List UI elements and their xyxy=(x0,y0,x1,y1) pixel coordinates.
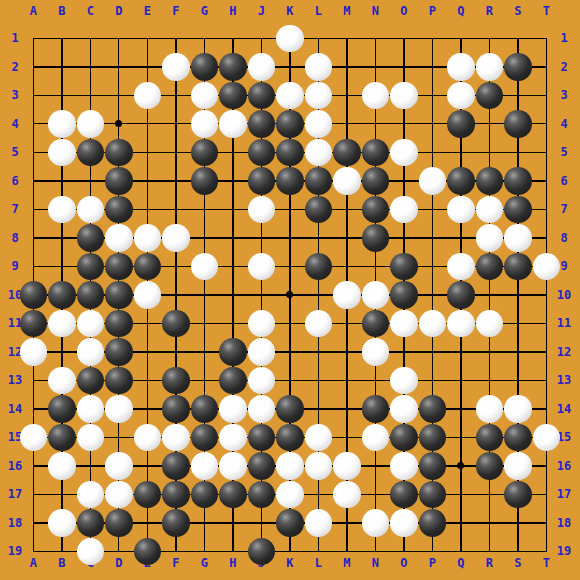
black-stone-K14[interactable] xyxy=(276,395,304,423)
intersection-C19[interactable] xyxy=(76,537,105,566)
intersection-R10[interactable] xyxy=(475,281,504,310)
intersection-R4[interactable] xyxy=(475,110,504,139)
intersection-Q10[interactable] xyxy=(447,281,476,310)
intersection-G15[interactable] xyxy=(190,423,219,452)
intersection-O11[interactable] xyxy=(390,309,419,338)
intersection-N8[interactable] xyxy=(361,224,390,253)
intersection-O3[interactable] xyxy=(390,81,419,110)
white-stone-P11[interactable] xyxy=(419,310,447,338)
intersection-P19[interactable] xyxy=(418,537,447,566)
intersection-E4[interactable] xyxy=(133,110,162,139)
black-stone-S7[interactable] xyxy=(504,196,532,224)
white-stone-S16[interactable] xyxy=(504,452,532,480)
intersection-N15[interactable] xyxy=(361,423,390,452)
intersection-B12[interactable] xyxy=(48,338,77,367)
intersection-M8[interactable] xyxy=(333,224,362,253)
intersection-L9[interactable] xyxy=(304,252,333,281)
white-stone-C11[interactable] xyxy=(77,310,105,338)
intersection-E18[interactable] xyxy=(133,509,162,538)
white-stone-S14[interactable] xyxy=(504,395,532,423)
intersection-J1[interactable] xyxy=(247,24,276,53)
intersection-T18[interactable] xyxy=(532,509,561,538)
intersection-O5[interactable] xyxy=(390,138,419,167)
white-stone-J9[interactable] xyxy=(248,253,276,281)
black-stone-F13[interactable] xyxy=(162,367,190,395)
intersection-D18[interactable] xyxy=(105,509,134,538)
intersection-D14[interactable] xyxy=(105,395,134,424)
black-stone-J3[interactable] xyxy=(248,82,276,110)
intersection-O14[interactable] xyxy=(390,395,419,424)
intersection-B6[interactable] xyxy=(48,167,77,196)
intersection-T4[interactable] xyxy=(532,110,561,139)
white-stone-L2[interactable] xyxy=(305,53,333,81)
black-stone-P14[interactable] xyxy=(419,395,447,423)
intersection-D7[interactable] xyxy=(105,195,134,224)
intersection-K4[interactable] xyxy=(276,110,305,139)
intersection-A17[interactable] xyxy=(19,480,48,509)
intersection-D17[interactable] xyxy=(105,480,134,509)
intersection-F10[interactable] xyxy=(162,281,191,310)
intersection-E10[interactable] xyxy=(133,281,162,310)
black-stone-B15[interactable] xyxy=(48,424,76,452)
white-stone-B4[interactable] xyxy=(48,110,76,138)
intersection-F6[interactable] xyxy=(162,167,191,196)
intersection-Q15[interactable] xyxy=(447,423,476,452)
black-stone-M5[interactable] xyxy=(333,139,361,167)
intersection-M16[interactable] xyxy=(333,452,362,481)
intersection-P8[interactable] xyxy=(418,224,447,253)
intersection-B14[interactable] xyxy=(48,395,77,424)
black-stone-C13[interactable] xyxy=(77,367,105,395)
intersection-O10[interactable] xyxy=(390,281,419,310)
intersection-M10[interactable] xyxy=(333,281,362,310)
white-stone-L18[interactable] xyxy=(305,509,333,537)
intersection-K17[interactable] xyxy=(276,480,305,509)
intersection-B3[interactable] xyxy=(48,81,77,110)
intersection-C14[interactable] xyxy=(76,395,105,424)
intersection-R1[interactable] xyxy=(475,24,504,53)
black-stone-C18[interactable] xyxy=(77,509,105,537)
white-stone-J2[interactable] xyxy=(248,53,276,81)
stones-layer[interactable] xyxy=(19,24,561,566)
intersection-L10[interactable] xyxy=(304,281,333,310)
white-stone-B11[interactable] xyxy=(48,310,76,338)
intersection-H15[interactable] xyxy=(219,423,248,452)
white-stone-K17[interactable] xyxy=(276,481,304,509)
intersection-L13[interactable] xyxy=(304,366,333,395)
intersection-J16[interactable] xyxy=(247,452,276,481)
intersection-S14[interactable] xyxy=(504,395,533,424)
intersection-A10[interactable] xyxy=(19,281,48,310)
intersection-F11[interactable] xyxy=(162,309,191,338)
intersection-J9[interactable] xyxy=(247,252,276,281)
intersection-L4[interactable] xyxy=(304,110,333,139)
black-stone-H17[interactable] xyxy=(219,481,247,509)
intersection-M4[interactable] xyxy=(333,110,362,139)
intersection-D4[interactable] xyxy=(105,110,134,139)
intersection-N14[interactable] xyxy=(361,395,390,424)
intersection-Q17[interactable] xyxy=(447,480,476,509)
intersection-D9[interactable] xyxy=(105,252,134,281)
intersection-H3[interactable] xyxy=(219,81,248,110)
white-stone-O11[interactable] xyxy=(390,310,418,338)
intersection-Q6[interactable] xyxy=(447,167,476,196)
intersection-T14[interactable] xyxy=(532,395,561,424)
black-stone-K6[interactable] xyxy=(276,167,304,195)
white-stone-E3[interactable] xyxy=(134,82,162,110)
intersection-F15[interactable] xyxy=(162,423,191,452)
white-stone-M16[interactable] xyxy=(333,452,361,480)
intersection-P14[interactable] xyxy=(418,395,447,424)
black-stone-D13[interactable] xyxy=(105,367,133,395)
intersection-R3[interactable] xyxy=(475,81,504,110)
intersection-C17[interactable] xyxy=(76,480,105,509)
black-stone-C10[interactable] xyxy=(77,281,105,309)
intersection-R11[interactable] xyxy=(475,309,504,338)
black-stone-O9[interactable] xyxy=(390,253,418,281)
black-stone-J16[interactable] xyxy=(248,452,276,480)
intersection-K19[interactable] xyxy=(276,537,305,566)
white-stone-D16[interactable] xyxy=(105,452,133,480)
white-stone-T15[interactable] xyxy=(533,424,561,452)
intersection-D2[interactable] xyxy=(105,53,134,82)
intersection-M18[interactable] xyxy=(333,509,362,538)
black-stone-P17[interactable] xyxy=(419,481,447,509)
intersection-G1[interactable] xyxy=(190,24,219,53)
intersection-B4[interactable] xyxy=(48,110,77,139)
intersection-O17[interactable] xyxy=(390,480,419,509)
black-stone-A11[interactable] xyxy=(20,310,48,338)
intersection-A3[interactable] xyxy=(19,81,48,110)
white-stone-L3[interactable] xyxy=(305,82,333,110)
black-stone-K15[interactable] xyxy=(276,424,304,452)
white-stone-C4[interactable] xyxy=(77,110,105,138)
intersection-E3[interactable] xyxy=(133,81,162,110)
intersection-E17[interactable] xyxy=(133,480,162,509)
intersection-K9[interactable] xyxy=(276,252,305,281)
intersection-G17[interactable] xyxy=(190,480,219,509)
intersection-P5[interactable] xyxy=(418,138,447,167)
intersection-A6[interactable] xyxy=(19,167,48,196)
black-stone-D11[interactable] xyxy=(105,310,133,338)
intersection-K14[interactable] xyxy=(276,395,305,424)
white-stone-H16[interactable] xyxy=(219,452,247,480)
white-stone-D14[interactable] xyxy=(105,395,133,423)
intersection-E5[interactable] xyxy=(133,138,162,167)
intersection-Q7[interactable] xyxy=(447,195,476,224)
intersection-D16[interactable] xyxy=(105,452,134,481)
white-stone-O3[interactable] xyxy=(390,82,418,110)
white-stone-A12[interactable] xyxy=(20,338,48,366)
black-stone-S2[interactable] xyxy=(504,53,532,81)
black-stone-S6[interactable] xyxy=(504,167,532,195)
intersection-H10[interactable] xyxy=(219,281,248,310)
intersection-R5[interactable] xyxy=(475,138,504,167)
intersection-Q4[interactable] xyxy=(447,110,476,139)
intersection-H16[interactable] xyxy=(219,452,248,481)
intersection-M3[interactable] xyxy=(333,81,362,110)
intersection-M12[interactable] xyxy=(333,338,362,367)
intersection-J11[interactable] xyxy=(247,309,276,338)
intersection-A9[interactable] xyxy=(19,252,48,281)
intersection-Q14[interactable] xyxy=(447,395,476,424)
intersection-C16[interactable] xyxy=(76,452,105,481)
intersection-N5[interactable] xyxy=(361,138,390,167)
black-stone-G5[interactable] xyxy=(191,139,219,167)
white-stone-L5[interactable] xyxy=(305,139,333,167)
intersection-B10[interactable] xyxy=(48,281,77,310)
black-stone-S9[interactable] xyxy=(504,253,532,281)
intersection-C12[interactable] xyxy=(76,338,105,367)
black-stone-R16[interactable] xyxy=(476,452,504,480)
black-stone-L9[interactable] xyxy=(305,253,333,281)
black-stone-J17[interactable] xyxy=(248,481,276,509)
intersection-N10[interactable] xyxy=(361,281,390,310)
intersection-B5[interactable] xyxy=(48,138,77,167)
white-stone-B18[interactable] xyxy=(48,509,76,537)
intersection-G18[interactable] xyxy=(190,509,219,538)
intersection-D19[interactable] xyxy=(105,537,134,566)
intersection-K11[interactable] xyxy=(276,309,305,338)
intersection-L6[interactable] xyxy=(304,167,333,196)
intersection-E8[interactable] xyxy=(133,224,162,253)
intersection-H19[interactable] xyxy=(219,537,248,566)
intersection-S3[interactable] xyxy=(504,81,533,110)
intersection-L16[interactable] xyxy=(304,452,333,481)
intersection-A16[interactable] xyxy=(19,452,48,481)
black-stone-D10[interactable] xyxy=(105,281,133,309)
intersection-T2[interactable] xyxy=(532,53,561,82)
intersection-O19[interactable] xyxy=(390,537,419,566)
intersection-J3[interactable] xyxy=(247,81,276,110)
intersection-O6[interactable] xyxy=(390,167,419,196)
intersection-B7[interactable] xyxy=(48,195,77,224)
intersection-C5[interactable] xyxy=(76,138,105,167)
intersection-J4[interactable] xyxy=(247,110,276,139)
white-stone-K3[interactable] xyxy=(276,82,304,110)
intersection-C4[interactable] xyxy=(76,110,105,139)
intersection-L7[interactable] xyxy=(304,195,333,224)
black-stone-L7[interactable] xyxy=(305,196,333,224)
white-stone-D17[interactable] xyxy=(105,481,133,509)
white-stone-T9[interactable] xyxy=(533,253,561,281)
intersection-S10[interactable] xyxy=(504,281,533,310)
intersection-T10[interactable] xyxy=(532,281,561,310)
intersection-B1[interactable] xyxy=(48,24,77,53)
black-stone-H12[interactable] xyxy=(219,338,247,366)
intersection-G2[interactable] xyxy=(190,53,219,82)
black-stone-O15[interactable] xyxy=(390,424,418,452)
intersection-N16[interactable] xyxy=(361,452,390,481)
intersection-T13[interactable] xyxy=(532,366,561,395)
intersection-T5[interactable] xyxy=(532,138,561,167)
black-stone-S15[interactable] xyxy=(504,424,532,452)
intersection-A14[interactable] xyxy=(19,395,48,424)
white-stone-C15[interactable] xyxy=(77,424,105,452)
intersection-C1[interactable] xyxy=(76,24,105,53)
intersection-N6[interactable] xyxy=(361,167,390,196)
black-stone-R3[interactable] xyxy=(476,82,504,110)
intersection-P16[interactable] xyxy=(418,452,447,481)
black-stone-N14[interactable] xyxy=(362,395,390,423)
intersection-S5[interactable] xyxy=(504,138,533,167)
white-stone-N10[interactable] xyxy=(362,281,390,309)
black-stone-N11[interactable] xyxy=(362,310,390,338)
intersection-N18[interactable] xyxy=(361,509,390,538)
intersection-F19[interactable] xyxy=(162,537,191,566)
intersection-J13[interactable] xyxy=(247,366,276,395)
black-stone-K4[interactable] xyxy=(276,110,304,138)
intersection-E19[interactable] xyxy=(133,537,162,566)
black-stone-H2[interactable] xyxy=(219,53,247,81)
intersection-Q8[interactable] xyxy=(447,224,476,253)
intersection-D1[interactable] xyxy=(105,24,134,53)
intersection-P12[interactable] xyxy=(418,338,447,367)
intersection-G12[interactable] xyxy=(190,338,219,367)
intersection-N9[interactable] xyxy=(361,252,390,281)
intersection-B19[interactable] xyxy=(48,537,77,566)
intersection-E1[interactable] xyxy=(133,24,162,53)
black-stone-F16[interactable] xyxy=(162,452,190,480)
white-stone-F2[interactable] xyxy=(162,53,190,81)
intersection-G16[interactable] xyxy=(190,452,219,481)
intersection-P13[interactable] xyxy=(418,366,447,395)
white-stone-J7[interactable] xyxy=(248,196,276,224)
intersection-H9[interactable] xyxy=(219,252,248,281)
black-stone-E17[interactable] xyxy=(134,481,162,509)
intersection-K10[interactable] xyxy=(276,281,305,310)
black-stone-B10[interactable] xyxy=(48,281,76,309)
white-stone-F15[interactable] xyxy=(162,424,190,452)
black-stone-D12[interactable] xyxy=(105,338,133,366)
white-stone-R14[interactable] xyxy=(476,395,504,423)
intersection-N12[interactable] xyxy=(361,338,390,367)
intersection-C9[interactable] xyxy=(76,252,105,281)
intersection-N4[interactable] xyxy=(361,110,390,139)
intersection-P11[interactable] xyxy=(418,309,447,338)
intersection-M5[interactable] xyxy=(333,138,362,167)
white-stone-K1[interactable] xyxy=(276,25,304,53)
intersection-B16[interactable] xyxy=(48,452,77,481)
intersection-L11[interactable] xyxy=(304,309,333,338)
white-stone-C17[interactable] xyxy=(77,481,105,509)
intersection-R13[interactable] xyxy=(475,366,504,395)
intersection-Q11[interactable] xyxy=(447,309,476,338)
intersection-C10[interactable] xyxy=(76,281,105,310)
white-stone-B16[interactable] xyxy=(48,452,76,480)
intersection-M14[interactable] xyxy=(333,395,362,424)
intersection-E14[interactable] xyxy=(133,395,162,424)
intersection-F13[interactable] xyxy=(162,366,191,395)
intersection-P6[interactable] xyxy=(418,167,447,196)
intersection-O8[interactable] xyxy=(390,224,419,253)
intersection-N1[interactable] xyxy=(361,24,390,53)
intersection-D15[interactable] xyxy=(105,423,134,452)
intersection-C15[interactable] xyxy=(76,423,105,452)
intersection-T6[interactable] xyxy=(532,167,561,196)
intersection-T15[interactable] xyxy=(532,423,561,452)
intersection-H7[interactable] xyxy=(219,195,248,224)
intersection-P17[interactable] xyxy=(418,480,447,509)
white-stone-B13[interactable] xyxy=(48,367,76,395)
intersection-F2[interactable] xyxy=(162,53,191,82)
intersection-O4[interactable] xyxy=(390,110,419,139)
intersection-Q9[interactable] xyxy=(447,252,476,281)
intersection-P2[interactable] xyxy=(418,53,447,82)
intersection-R14[interactable] xyxy=(475,395,504,424)
white-stone-N3[interactable] xyxy=(362,82,390,110)
intersection-J8[interactable] xyxy=(247,224,276,253)
intersection-E6[interactable] xyxy=(133,167,162,196)
intersection-H5[interactable] xyxy=(219,138,248,167)
intersection-O13[interactable] xyxy=(390,366,419,395)
white-stone-G3[interactable] xyxy=(191,82,219,110)
intersection-G11[interactable] xyxy=(190,309,219,338)
intersection-J7[interactable] xyxy=(247,195,276,224)
intersection-R2[interactable] xyxy=(475,53,504,82)
intersection-F3[interactable] xyxy=(162,81,191,110)
black-stone-J5[interactable] xyxy=(248,139,276,167)
intersection-A15[interactable] xyxy=(19,423,48,452)
intersection-N3[interactable] xyxy=(361,81,390,110)
intersection-J6[interactable] xyxy=(247,167,276,196)
intersection-B2[interactable] xyxy=(48,53,77,82)
intersection-G5[interactable] xyxy=(190,138,219,167)
intersection-O15[interactable] xyxy=(390,423,419,452)
intersection-B11[interactable] xyxy=(48,309,77,338)
intersection-P9[interactable] xyxy=(418,252,447,281)
intersection-H4[interactable] xyxy=(219,110,248,139)
board-grid[interactable] xyxy=(19,24,561,566)
intersection-J18[interactable] xyxy=(247,509,276,538)
intersection-R15[interactable] xyxy=(475,423,504,452)
intersection-M19[interactable] xyxy=(333,537,362,566)
black-stone-Q6[interactable] xyxy=(447,167,475,195)
intersection-A19[interactable] xyxy=(19,537,48,566)
intersection-C2[interactable] xyxy=(76,53,105,82)
intersection-S2[interactable] xyxy=(504,53,533,82)
white-stone-J11[interactable] xyxy=(248,310,276,338)
intersection-O2[interactable] xyxy=(390,53,419,82)
intersection-A5[interactable] xyxy=(19,138,48,167)
intersection-A7[interactable] xyxy=(19,195,48,224)
intersection-K13[interactable] xyxy=(276,366,305,395)
intersection-O9[interactable] xyxy=(390,252,419,281)
intersection-F16[interactable] xyxy=(162,452,191,481)
black-stone-F17[interactable] xyxy=(162,481,190,509)
intersection-Q1[interactable] xyxy=(447,24,476,53)
black-stone-G14[interactable] xyxy=(191,395,219,423)
white-stone-L4[interactable] xyxy=(305,110,333,138)
intersection-G7[interactable] xyxy=(190,195,219,224)
intersection-P15[interactable] xyxy=(418,423,447,452)
intersection-K16[interactable] xyxy=(276,452,305,481)
intersection-R7[interactable] xyxy=(475,195,504,224)
white-stone-R2[interactable] xyxy=(476,53,504,81)
intersection-N17[interactable] xyxy=(361,480,390,509)
intersection-B8[interactable] xyxy=(48,224,77,253)
intersection-D6[interactable] xyxy=(105,167,134,196)
intersection-H11[interactable] xyxy=(219,309,248,338)
black-stone-J6[interactable] xyxy=(248,167,276,195)
black-stone-O17[interactable] xyxy=(390,481,418,509)
intersection-D11[interactable] xyxy=(105,309,134,338)
white-stone-F8[interactable] xyxy=(162,224,190,252)
intersection-O12[interactable] xyxy=(390,338,419,367)
white-stone-P6[interactable] xyxy=(419,167,447,195)
intersection-T1[interactable] xyxy=(532,24,561,53)
intersection-F8[interactable] xyxy=(162,224,191,253)
